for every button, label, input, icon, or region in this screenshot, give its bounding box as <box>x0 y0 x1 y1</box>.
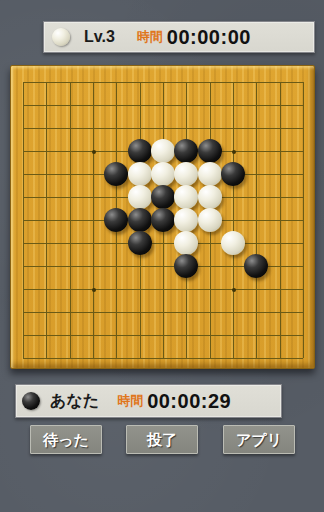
black-stone <box>104 162 128 186</box>
star-point <box>232 150 236 154</box>
player-name-label: あなた <box>50 391 99 412</box>
opponent-time-value: 00:00:00 <box>167 26 251 49</box>
white-stone <box>221 231 245 255</box>
white-stone <box>151 162 175 186</box>
white-stone <box>198 162 222 186</box>
white-stone <box>174 231 198 255</box>
app-background: { "game": "gomoku", "board_size": 13, "p… <box>0 0 324 512</box>
black-stone <box>174 254 198 278</box>
player-time-label: 時間 <box>117 392 143 410</box>
black-stone <box>198 139 222 163</box>
player-panel: あなた 時間 00:00:29 <box>15 384 282 418</box>
opponent-time-label: 時間 <box>137 28 163 46</box>
board-grid[interactable] <box>23 82 303 358</box>
black-stone <box>104 208 128 232</box>
opponent-level-label: Lv.3 <box>84 28 115 46</box>
black-stone <box>151 208 175 232</box>
player-time-value: 00:00:29 <box>147 390 231 413</box>
undo-button[interactable]: 待った <box>30 425 102 454</box>
white-stone <box>174 162 198 186</box>
white-stone <box>198 185 222 209</box>
grid-line-vertical <box>233 82 234 358</box>
white-stone <box>128 162 152 186</box>
white-stone <box>174 208 198 232</box>
grid-line-vertical <box>256 82 257 358</box>
star-point <box>92 288 96 292</box>
star-point <box>92 150 96 154</box>
white-stone <box>151 139 175 163</box>
opponent-panel: Lv.3 時間 00:00:00 <box>43 21 315 53</box>
grid-line-horizontal <box>23 335 303 336</box>
black-stone <box>174 139 198 163</box>
black-stone <box>128 231 152 255</box>
grid-line-horizontal <box>23 358 303 359</box>
black-stone <box>244 254 268 278</box>
black-stone <box>128 139 152 163</box>
black-stone <box>128 208 152 232</box>
black-stone <box>221 162 245 186</box>
app-button[interactable]: アプリ <box>223 425 295 454</box>
grid-line-horizontal <box>23 312 303 313</box>
resign-button[interactable]: 投了 <box>126 425 198 454</box>
grid-line-vertical <box>280 82 281 358</box>
white-stone <box>198 208 222 232</box>
grid-line-horizontal <box>23 289 303 290</box>
black-stone-icon <box>22 392 40 410</box>
grid-line-horizontal <box>23 243 303 244</box>
white-stone <box>174 185 198 209</box>
white-stone <box>128 185 152 209</box>
black-stone <box>151 185 175 209</box>
board[interactable] <box>10 65 315 369</box>
grid-line-vertical <box>303 82 304 358</box>
white-stone-icon <box>52 28 70 46</box>
star-point <box>232 288 236 292</box>
